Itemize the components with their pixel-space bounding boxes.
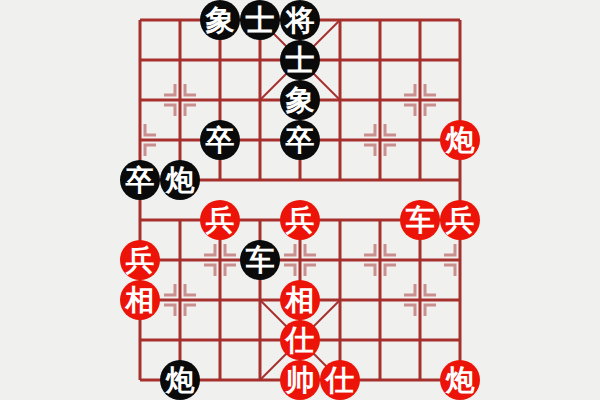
piece-black-soldier[interactable]: 卒 [200,120,240,160]
piece-red-elephant[interactable]: 相 [120,280,160,320]
piece-red-advisor[interactable]: 仕 [320,360,360,400]
piece-black-elephant[interactable]: 象 [280,80,320,120]
piece-black-advisor[interactable]: 士 [280,40,320,80]
xiangqi-board: 象士将士象卒卒炮卒炮兵兵车兵兵车相相仕炮帅仕炮 [0,0,600,400]
piece-black-elephant[interactable]: 象 [200,0,240,40]
piece-black-soldier[interactable]: 卒 [120,160,160,200]
piece-black-soldier[interactable]: 卒 [280,120,320,160]
piece-black-advisor[interactable]: 士 [240,0,280,40]
piece-black-cannon[interactable]: 炮 [160,160,200,200]
piece-red-advisor[interactable]: 仕 [280,320,320,360]
piece-red-soldier[interactable]: 兵 [440,200,480,240]
piece-black-chariot[interactable]: 车 [240,240,280,280]
piece-black-general[interactable]: 将 [280,0,320,40]
piece-red-soldier[interactable]: 兵 [280,200,320,240]
pieces-layer: 象士将士象卒卒炮卒炮兵兵车兵兵车相相仕炮帅仕炮 [120,0,480,400]
piece-red-cannon[interactable]: 炮 [440,120,480,160]
piece-black-cannon[interactable]: 炮 [160,360,200,400]
piece-red-soldier[interactable]: 兵 [120,240,160,280]
piece-red-general[interactable]: 帅 [280,360,320,400]
piece-red-elephant[interactable]: 相 [280,280,320,320]
piece-red-soldier[interactable]: 兵 [200,200,240,240]
piece-red-cannon[interactable]: 炮 [440,360,480,400]
piece-red-chariot[interactable]: 车 [400,200,440,240]
